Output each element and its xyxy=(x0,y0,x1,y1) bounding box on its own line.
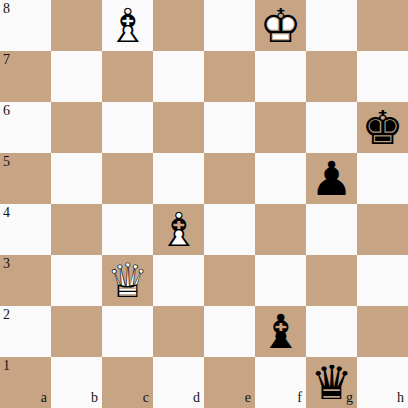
rank-label-3: 3 xyxy=(3,255,10,272)
square-d2[interactable] xyxy=(153,306,204,357)
square-b7[interactable] xyxy=(51,51,102,102)
black-king-piece[interactable]: ♚ xyxy=(357,102,408,153)
square-d1[interactable]: d xyxy=(153,357,204,408)
square-f4[interactable] xyxy=(255,204,306,255)
white-king-piece[interactable]: ♚♔ xyxy=(255,0,306,51)
white-queen-glyph: ♕ xyxy=(102,255,153,306)
square-f1[interactable]: f xyxy=(255,357,306,408)
square-h6[interactable]: ♚ xyxy=(357,102,408,153)
square-b5[interactable] xyxy=(51,153,102,204)
square-f6[interactable] xyxy=(255,102,306,153)
rank-label-2: 2 xyxy=(3,306,10,323)
square-h8[interactable] xyxy=(357,0,408,51)
square-h3[interactable] xyxy=(357,255,408,306)
black-pawn-glyph: ♟ xyxy=(306,153,357,204)
square-c7[interactable] xyxy=(102,51,153,102)
square-a4[interactable]: 4 xyxy=(0,204,51,255)
square-d8[interactable] xyxy=(153,0,204,51)
chess-board: 8♝♗♚♔76♚5♟4♝♗3♛♕2♝1abcdef♛gh xyxy=(0,0,408,408)
square-a3[interactable]: 3 xyxy=(0,255,51,306)
square-f2[interactable]: ♝ xyxy=(255,306,306,357)
square-b8[interactable] xyxy=(51,0,102,51)
square-b3[interactable] xyxy=(51,255,102,306)
square-g7[interactable] xyxy=(306,51,357,102)
square-a2[interactable]: 2 xyxy=(0,306,51,357)
white-bishop-glyph: ♗ xyxy=(102,0,153,51)
square-g8[interactable] xyxy=(306,0,357,51)
square-e8[interactable] xyxy=(204,0,255,51)
square-b1[interactable]: b xyxy=(51,357,102,408)
white-king-glyph: ♔ xyxy=(255,0,306,51)
white-queen-piece[interactable]: ♛♕ xyxy=(102,255,153,306)
black-pawn-piece[interactable]: ♟ xyxy=(306,153,357,204)
rank-label-7: 7 xyxy=(3,51,10,68)
white-bishop-piece[interactable]: ♝♗ xyxy=(102,0,153,51)
square-h7[interactable] xyxy=(357,51,408,102)
square-g2[interactable] xyxy=(306,306,357,357)
file-label-e: e xyxy=(245,391,251,405)
square-d5[interactable] xyxy=(153,153,204,204)
file-label-f: f xyxy=(297,391,302,405)
square-e5[interactable] xyxy=(204,153,255,204)
rank-label-1: 1 xyxy=(3,357,10,374)
square-g1[interactable]: ♛g xyxy=(306,357,357,408)
square-h4[interactable] xyxy=(357,204,408,255)
square-a8[interactable]: 8 xyxy=(0,0,51,51)
square-a6[interactable]: 6 xyxy=(0,102,51,153)
black-bishop-glyph: ♝ xyxy=(255,306,306,357)
square-f7[interactable] xyxy=(255,51,306,102)
square-d3[interactable] xyxy=(153,255,204,306)
square-d7[interactable] xyxy=(153,51,204,102)
square-e2[interactable] xyxy=(204,306,255,357)
black-bishop-piece[interactable]: ♝ xyxy=(255,306,306,357)
rank-label-4: 4 xyxy=(3,204,10,221)
rank-label-6: 6 xyxy=(3,102,10,119)
file-label-g: g xyxy=(346,391,353,405)
white-bishop-glyph: ♗ xyxy=(153,204,204,255)
rank-label-8: 8 xyxy=(3,0,10,17)
square-e6[interactable] xyxy=(204,102,255,153)
square-h1[interactable]: h xyxy=(357,357,408,408)
black-king-glyph: ♚ xyxy=(357,102,408,153)
square-a7[interactable]: 7 xyxy=(0,51,51,102)
file-label-a: a xyxy=(41,391,47,405)
square-f3[interactable] xyxy=(255,255,306,306)
square-c3[interactable]: ♛♕ xyxy=(102,255,153,306)
square-e7[interactable] xyxy=(204,51,255,102)
square-d4[interactable]: ♝♗ xyxy=(153,204,204,255)
square-g6[interactable] xyxy=(306,102,357,153)
rank-label-5: 5 xyxy=(3,153,10,170)
square-e3[interactable] xyxy=(204,255,255,306)
square-h5[interactable] xyxy=(357,153,408,204)
square-c1[interactable]: c xyxy=(102,357,153,408)
square-g5[interactable]: ♟ xyxy=(306,153,357,204)
square-c4[interactable] xyxy=(102,204,153,255)
square-c8[interactable]: ♝♗ xyxy=(102,0,153,51)
square-d6[interactable] xyxy=(153,102,204,153)
square-e1[interactable]: e xyxy=(204,357,255,408)
square-a5[interactable]: 5 xyxy=(0,153,51,204)
square-f8[interactable]: ♚♔ xyxy=(255,0,306,51)
file-label-d: d xyxy=(193,391,200,405)
square-g4[interactable] xyxy=(306,204,357,255)
square-e4[interactable] xyxy=(204,204,255,255)
file-label-b: b xyxy=(91,391,98,405)
square-c2[interactable] xyxy=(102,306,153,357)
file-label-c: c xyxy=(143,391,149,405)
square-a1[interactable]: 1a xyxy=(0,357,51,408)
square-h2[interactable] xyxy=(357,306,408,357)
white-bishop-piece[interactable]: ♝♗ xyxy=(153,204,204,255)
square-b2[interactable] xyxy=(51,306,102,357)
square-c6[interactable] xyxy=(102,102,153,153)
square-b6[interactable] xyxy=(51,102,102,153)
square-c5[interactable] xyxy=(102,153,153,204)
square-f5[interactable] xyxy=(255,153,306,204)
file-label-h: h xyxy=(397,391,404,405)
square-g3[interactable] xyxy=(306,255,357,306)
square-b4[interactable] xyxy=(51,204,102,255)
